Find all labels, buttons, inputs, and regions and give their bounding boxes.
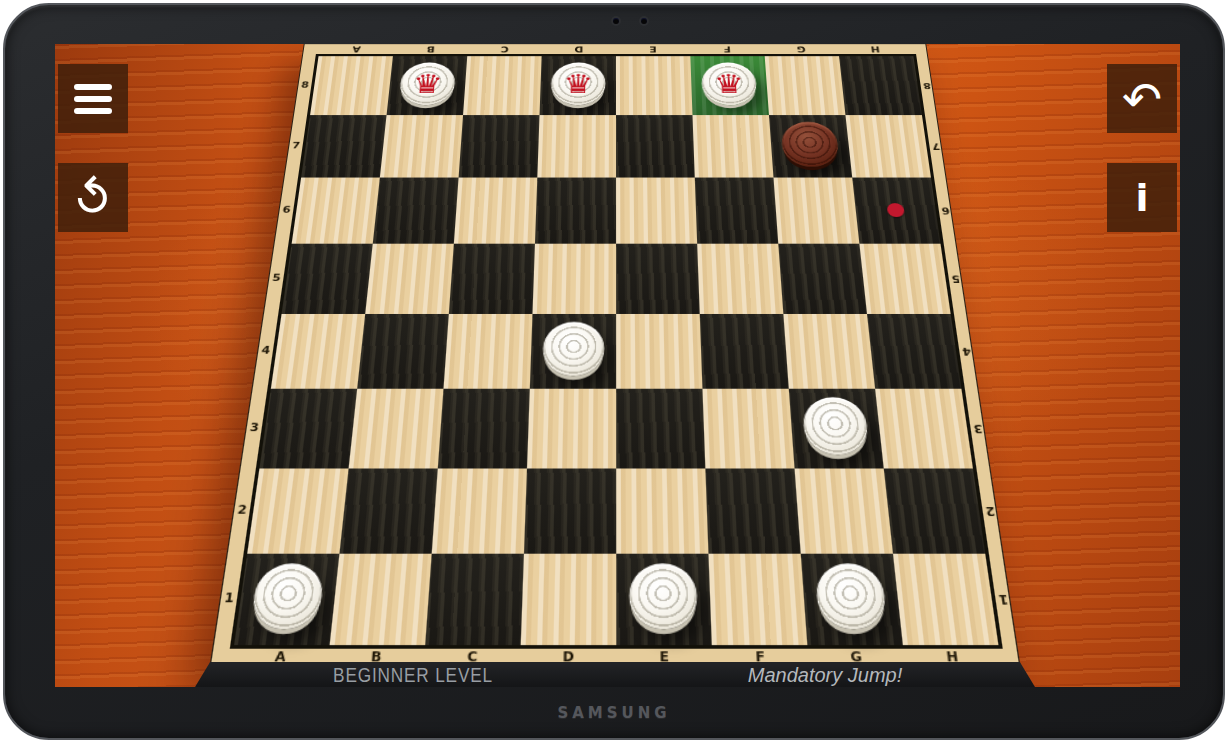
square-e4[interactable] (616, 314, 702, 389)
square-g4[interactable] (783, 314, 875, 389)
undo-icon: ↶ (1122, 75, 1162, 123)
file-label-top-g: G (764, 44, 839, 54)
piece-white-man-a1[interactable] (249, 563, 325, 629)
piece-white-man-e1[interactable] (629, 563, 698, 629)
square-e2[interactable] (616, 469, 708, 554)
square-d1[interactable] (521, 554, 617, 645)
square-d5[interactable] (532, 244, 616, 314)
board-perspective-wrap: ♛♛♛ AABBCCDDEEFFGGHH8877665544332211 (295, 44, 935, 633)
file-label-top-d: D (542, 44, 616, 54)
board-grid: ♛♛♛ (234, 56, 998, 645)
piece-red-man-g7[interactable] (780, 122, 840, 167)
info-icon: i (1135, 179, 1148, 217)
file-label-top-a: A (319, 44, 394, 54)
file-label-top-b: B (393, 44, 468, 54)
tablet-frame: ♛♛♛ AABBCCDDEEFFGGHH8877665544332211 BEG… (3, 3, 1225, 740)
piece-white-man-d4[interactable] (542, 322, 604, 376)
file-label-top-e: E (616, 44, 690, 54)
square-g5[interactable] (778, 244, 867, 314)
file-label-top-c: C (467, 44, 542, 54)
square-b5[interactable] (365, 244, 454, 314)
square-a3[interactable] (259, 389, 357, 469)
square-b8[interactable]: ♛ (387, 56, 468, 115)
square-g6[interactable] (773, 178, 859, 244)
mandatory-jump-label: Mandatory Jump! (748, 663, 903, 686)
square-e3[interactable] (616, 389, 705, 469)
square-b7[interactable] (380, 115, 463, 177)
square-c3[interactable] (438, 389, 530, 469)
square-c6[interactable] (454, 178, 537, 244)
square-b2[interactable] (339, 469, 437, 554)
square-a2[interactable] (247, 469, 348, 554)
king-crown-icon: ♛ (550, 63, 605, 106)
app-screen: ♛♛♛ AABBCCDDEEFFGGHH8877665544332211 BEG… (55, 44, 1180, 687)
move-target-dot[interactable] (886, 203, 905, 217)
square-h2[interactable] (884, 469, 985, 554)
board-playfield: ♛♛♛ (230, 54, 1003, 649)
square-b4[interactable] (357, 314, 449, 389)
square-f2[interactable] (705, 469, 800, 554)
square-e1[interactable] (616, 554, 712, 645)
square-b1[interactable] (330, 554, 432, 645)
square-h4[interactable] (867, 314, 961, 389)
square-a5[interactable] (282, 244, 373, 314)
square-h8[interactable] (839, 56, 922, 115)
square-g8[interactable] (765, 56, 846, 115)
king-crown-icon: ♛ (398, 63, 456, 106)
square-a7[interactable] (301, 115, 386, 177)
square-f1[interactable] (708, 554, 807, 645)
level-label: BEGINNER LEVEL (333, 663, 493, 687)
square-h5[interactable] (859, 244, 950, 314)
square-a6[interactable] (292, 178, 380, 244)
screenshot-root: ♛♛♛ AABBCCDDEEFFGGHH8877665544332211 BEG… (0, 0, 1228, 743)
square-a8[interactable] (310, 56, 393, 115)
square-d7[interactable] (537, 115, 616, 177)
piece-white-man-g1[interactable] (814, 563, 888, 629)
info-button[interactable]: i (1107, 163, 1177, 232)
square-e5[interactable] (616, 244, 700, 314)
square-d8[interactable]: ♛ (540, 56, 616, 115)
square-d2[interactable] (524, 469, 616, 554)
square-a4[interactable] (271, 314, 365, 389)
square-g2[interactable] (795, 469, 893, 554)
square-f5[interactable] (697, 244, 783, 314)
square-c5[interactable] (449, 244, 535, 314)
king-crown-icon: ♛ (701, 63, 758, 106)
undo-button[interactable]: ↶ (1107, 64, 1177, 133)
square-b3[interactable] (349, 389, 444, 469)
square-h3[interactable] (875, 389, 973, 469)
square-c8[interactable] (463, 56, 542, 115)
brand-logo: SAMSUNG (5, 704, 1223, 722)
square-h6[interactable] (852, 178, 940, 244)
light-sensor-icon (641, 18, 647, 24)
square-c4[interactable] (443, 314, 532, 389)
square-h7[interactable] (845, 115, 930, 177)
square-d3[interactable] (527, 389, 616, 469)
square-f6[interactable] (695, 178, 779, 244)
file-label-top-f: F (690, 44, 765, 54)
piece-white-king-f8[interactable]: ♛ (701, 63, 758, 106)
square-g3[interactable] (789, 389, 884, 469)
restart-button[interactable]: ↺ (58, 163, 128, 232)
square-e7[interactable] (616, 115, 695, 177)
square-c2[interactable] (432, 469, 527, 554)
square-g7[interactable] (769, 115, 852, 177)
square-e8[interactable] (616, 56, 693, 115)
square-g1[interactable] (801, 554, 903, 645)
square-h1[interactable] (893, 554, 998, 645)
square-d4[interactable] (530, 314, 616, 389)
piece-white-man-g3[interactable] (801, 397, 870, 455)
square-f3[interactable] (702, 389, 794, 469)
restart-icon: ↺ (62, 166, 124, 228)
menu-icon (74, 84, 112, 114)
front-camera-icon (613, 18, 619, 24)
checkers-board: ♛♛♛ AABBCCDDEEFFGGHH8877665544332211 (210, 44, 1020, 664)
board-front-face: BEGINNER LEVEL Mandatory Jump! (195, 662, 1035, 687)
square-d6[interactable] (535, 178, 616, 244)
square-b6[interactable] (373, 178, 459, 244)
square-f7[interactable] (692, 115, 773, 177)
square-c7[interactable] (459, 115, 540, 177)
square-c1[interactable] (425, 554, 524, 645)
file-label-top-h: H (838, 44, 913, 54)
square-f4[interactable] (700, 314, 789, 389)
square-e6[interactable] (616, 178, 697, 244)
square-a1[interactable] (234, 554, 339, 645)
piece-white-king-b8[interactable]: ♛ (398, 63, 456, 106)
square-f8[interactable]: ♛ (690, 56, 769, 115)
piece-white-king-d8[interactable]: ♛ (550, 63, 605, 106)
menu-button[interactable] (58, 64, 128, 133)
